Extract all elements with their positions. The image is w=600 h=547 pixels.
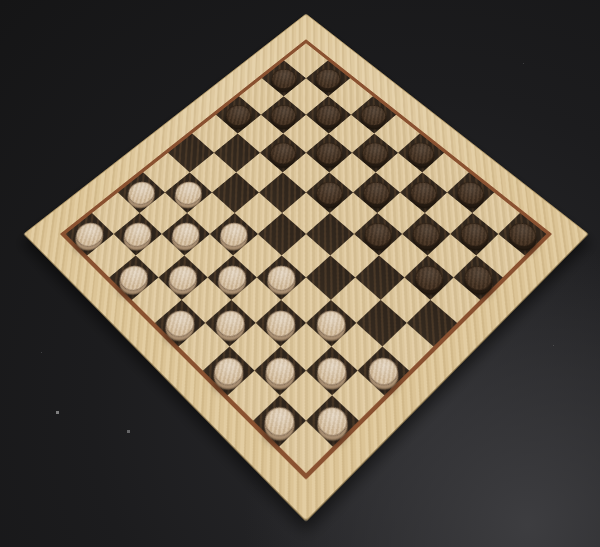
dust-specks xyxy=(0,0,1,1)
table-surface xyxy=(0,0,600,547)
board-frame xyxy=(23,14,589,522)
board-inner-border xyxy=(60,39,552,479)
board-grid xyxy=(66,43,547,473)
draughts-board xyxy=(23,14,589,522)
